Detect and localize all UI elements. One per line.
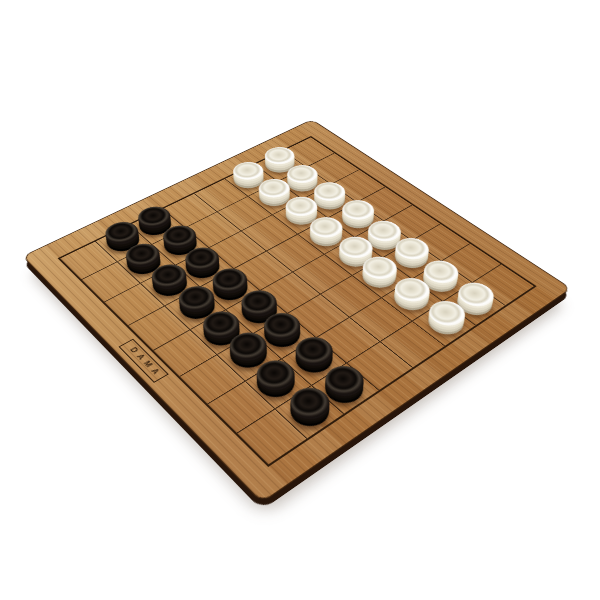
- board-grid: [58, 136, 537, 467]
- scene: DAMA: [0, 0, 600, 600]
- dama-board: DAMA: [22, 119, 572, 503]
- board-surface: DAMA: [22, 119, 572, 503]
